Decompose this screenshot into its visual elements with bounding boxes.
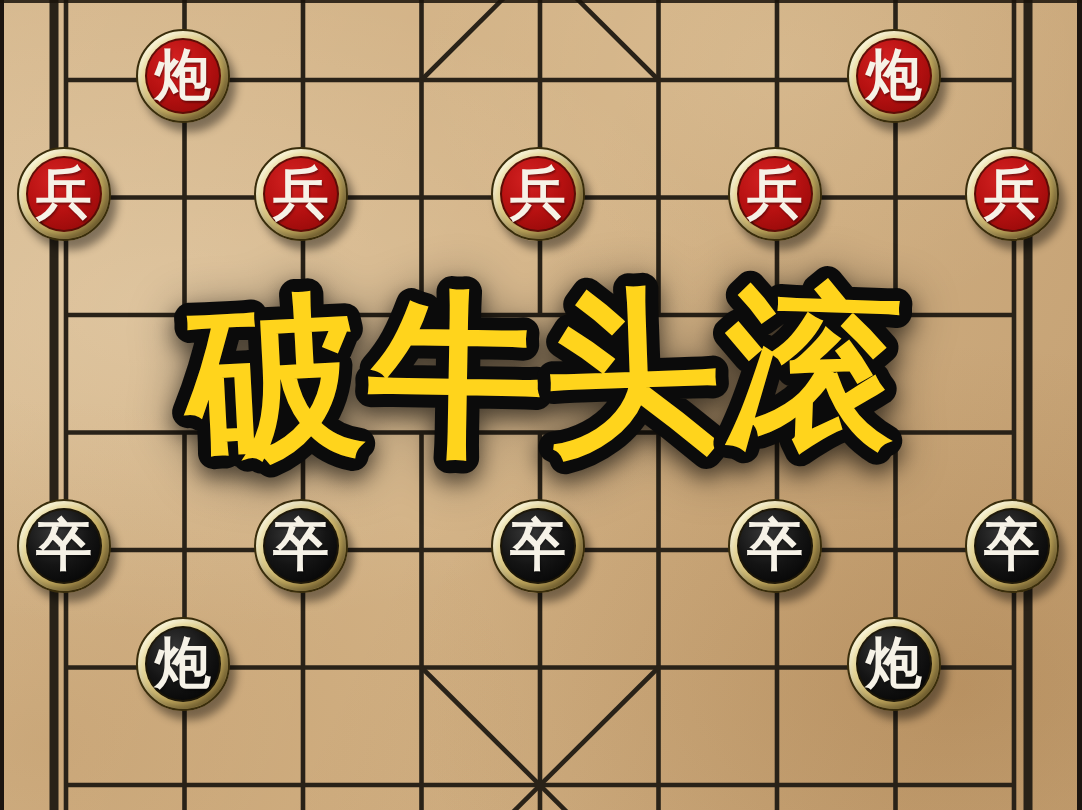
piece-glyph: 卒 [36, 517, 92, 573]
title-char-3: 头 [540, 267, 723, 478]
piece-glyph: 兵 [984, 165, 1040, 221]
frame-edge-left [0, 0, 4, 810]
piece-black-cannon-h8[interactable]: 炮 [847, 617, 941, 711]
piece-glyph: 兵 [273, 165, 329, 221]
piece-glyph: 炮 [866, 47, 922, 103]
piece-disc: 卒 [500, 508, 576, 584]
piece-disc: 兵 [974, 156, 1050, 232]
frame-edge-right [1077, 0, 1082, 810]
piece-red-cannon-h3[interactable]: 炮 [847, 29, 941, 123]
title-char-4: 滚 [719, 263, 904, 474]
frame-edge-top [0, 0, 1082, 3]
piece-red-soldier-e4[interactable]: 兵 [491, 147, 585, 241]
piece-black-soldier-c7[interactable]: 卒 [254, 499, 348, 593]
title-char-2: 牛 [365, 272, 546, 480]
piece-red-cannon-b3[interactable]: 炮 [136, 29, 230, 123]
piece-glyph: 卒 [273, 517, 329, 573]
palace-diagonals [422, 0, 659, 810]
piece-red-soldier-c4[interactable]: 兵 [254, 147, 348, 241]
piece-glyph: 炮 [866, 635, 922, 691]
piece-disc: 卒 [26, 508, 102, 584]
piece-black-soldier-a7[interactable]: 卒 [17, 499, 111, 593]
piece-black-soldier-g7[interactable]: 卒 [728, 499, 822, 593]
piece-disc: 炮 [145, 38, 221, 114]
piece-disc: 炮 [145, 626, 221, 702]
piece-disc: 炮 [856, 38, 932, 114]
xiangqi-board[interactable]: 破 牛 头 滚 炮炮兵兵兵兵兵卒卒卒卒卒炮炮 [0, 0, 1082, 810]
piece-disc: 兵 [500, 156, 576, 232]
piece-black-soldier-e7[interactable]: 卒 [491, 499, 585, 593]
piece-glyph: 炮 [155, 47, 211, 103]
piece-red-soldier-a4[interactable]: 兵 [17, 147, 111, 241]
piece-black-soldier-i7[interactable]: 卒 [965, 499, 1059, 593]
piece-glyph: 兵 [36, 165, 92, 221]
piece-disc: 卒 [737, 508, 813, 584]
piece-glyph: 卒 [747, 517, 803, 573]
piece-disc: 兵 [26, 156, 102, 232]
piece-disc: 炮 [856, 626, 932, 702]
piece-red-soldier-g4[interactable]: 兵 [728, 147, 822, 241]
piece-black-cannon-b8[interactable]: 炮 [136, 617, 230, 711]
piece-glyph: 兵 [510, 165, 566, 221]
piece-disc: 兵 [263, 156, 339, 232]
piece-glyph: 炮 [155, 635, 211, 691]
piece-glyph: 兵 [747, 165, 803, 221]
piece-disc: 卒 [263, 508, 339, 584]
piece-red-soldier-i4[interactable]: 兵 [965, 147, 1059, 241]
piece-glyph: 卒 [984, 517, 1040, 573]
piece-glyph: 卒 [510, 517, 566, 573]
title-char-1: 破 [176, 273, 368, 487]
piece-disc: 卒 [974, 508, 1050, 584]
piece-disc: 兵 [737, 156, 813, 232]
